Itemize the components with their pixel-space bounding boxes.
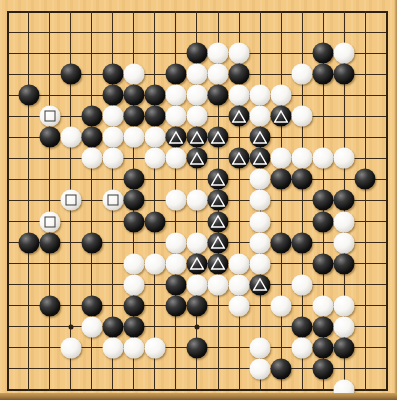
white-stone[interactable]: [123, 64, 144, 85]
white-stone[interactable]: [334, 232, 355, 253]
white-stone[interactable]: [165, 85, 186, 106]
white-stone[interactable]: [144, 253, 165, 274]
white-stone[interactable]: [165, 106, 186, 127]
grid-line-horizontal: [8, 389, 388, 391]
white-stone[interactable]: [186, 106, 207, 127]
white-stone[interactable]: [165, 253, 186, 274]
white-stone[interactable]: [292, 274, 313, 295]
black-stone[interactable]: [39, 295, 60, 316]
white-stone[interactable]: [165, 232, 186, 253]
black-stone[interactable]: [229, 148, 250, 169]
black-stone[interactable]: [186, 295, 207, 316]
white-stone[interactable]: [81, 316, 102, 337]
white-stone[interactable]: [334, 295, 355, 316]
black-stone[interactable]: [334, 253, 355, 274]
black-stone[interactable]: [355, 169, 376, 190]
black-stone[interactable]: [208, 169, 229, 190]
triangle-mark: [189, 130, 204, 144]
white-stone[interactable]: [144, 148, 165, 169]
black-stone[interactable]: [186, 43, 207, 64]
white-stone[interactable]: [60, 127, 81, 148]
black-stone[interactable]: [165, 127, 186, 148]
black-stone[interactable]: [123, 85, 144, 106]
grid-line-horizontal: [8, 179, 388, 180]
white-stone[interactable]: [250, 190, 271, 211]
black-stone[interactable]: [144, 85, 165, 106]
black-stone[interactable]: [313, 253, 334, 274]
black-stone[interactable]: [123, 211, 144, 232]
white-stone[interactable]: [229, 295, 250, 316]
white-stone[interactable]: [39, 211, 60, 232]
grid-line-horizontal: [8, 11, 388, 13]
white-stone[interactable]: [271, 85, 292, 106]
black-stone[interactable]: [292, 232, 313, 253]
grid-line-vertical: [154, 11, 155, 391]
white-stone[interactable]: [60, 190, 81, 211]
white-stone[interactable]: [313, 148, 334, 169]
grid-line-vertical: [28, 11, 29, 391]
triangle-mark: [253, 130, 268, 144]
black-stone[interactable]: [313, 337, 334, 358]
triangle-mark: [211, 236, 226, 250]
white-stone[interactable]: [39, 106, 60, 127]
black-stone[interactable]: [102, 64, 123, 85]
white-stone[interactable]: [208, 274, 229, 295]
black-stone[interactable]: [208, 127, 229, 148]
white-stone[interactable]: [123, 274, 144, 295]
black-stone[interactable]: [165, 295, 186, 316]
white-stone[interactable]: [123, 337, 144, 358]
black-stone[interactable]: [250, 127, 271, 148]
white-stone[interactable]: [60, 337, 81, 358]
grid-line-vertical: [7, 11, 9, 391]
go-board-screenshot: [0, 0, 397, 400]
black-stone[interactable]: [271, 358, 292, 379]
black-stone[interactable]: [271, 232, 292, 253]
white-stone[interactable]: [250, 169, 271, 190]
black-stone[interactable]: [81, 295, 102, 316]
white-stone[interactable]: [334, 211, 355, 232]
white-stone[interactable]: [208, 64, 229, 85]
triangle-mark: [211, 215, 226, 229]
black-stone[interactable]: [186, 253, 207, 274]
white-stone[interactable]: [102, 106, 123, 127]
triangle-mark: [211, 257, 226, 271]
black-stone[interactable]: [123, 316, 144, 337]
white-stone[interactable]: [229, 43, 250, 64]
white-stone[interactable]: [334, 316, 355, 337]
triangle-mark: [211, 193, 226, 207]
white-stone[interactable]: [292, 106, 313, 127]
white-stone[interactable]: [81, 148, 102, 169]
black-stone[interactable]: [186, 127, 207, 148]
black-stone[interactable]: [81, 127, 102, 148]
white-stone[interactable]: [165, 190, 186, 211]
white-stone[interactable]: [186, 64, 207, 85]
black-stone[interactable]: [102, 85, 123, 106]
white-stone[interactable]: [144, 337, 165, 358]
black-stone[interactable]: [208, 253, 229, 274]
triangle-mark: [211, 172, 226, 186]
black-stone[interactable]: [313, 316, 334, 337]
white-stone[interactable]: [123, 127, 144, 148]
black-stone[interactable]: [144, 106, 165, 127]
black-stone[interactable]: [250, 148, 271, 169]
black-stone[interactable]: [186, 337, 207, 358]
black-stone[interactable]: [165, 64, 186, 85]
square-mark: [44, 111, 55, 122]
white-stone[interactable]: [334, 43, 355, 64]
black-stone[interactable]: [313, 358, 334, 379]
triangle-mark: [189, 151, 204, 165]
black-stone[interactable]: [208, 232, 229, 253]
black-stone[interactable]: [123, 106, 144, 127]
triangle-mark: [232, 109, 247, 123]
black-stone[interactable]: [123, 190, 144, 211]
white-stone[interactable]: [229, 274, 250, 295]
white-stone[interactable]: [208, 43, 229, 64]
white-stone[interactable]: [250, 211, 271, 232]
white-stone[interactable]: [250, 358, 271, 379]
black-stone[interactable]: [165, 274, 186, 295]
white-stone[interactable]: [250, 253, 271, 274]
black-stone[interactable]: [313, 64, 334, 85]
white-stone[interactable]: [292, 64, 313, 85]
star-point: [194, 324, 199, 329]
white-stone[interactable]: [229, 253, 250, 274]
white-stone[interactable]: [292, 337, 313, 358]
triangle-mark: [253, 278, 268, 292]
go-board[interactable]: [0, 0, 397, 400]
white-stone[interactable]: [334, 148, 355, 169]
grid-line-vertical: [365, 11, 366, 391]
black-stone[interactable]: [250, 274, 271, 295]
triangle-mark: [274, 109, 289, 123]
black-stone[interactable]: [60, 64, 81, 85]
triangle-mark: [189, 257, 204, 271]
black-stone[interactable]: [313, 190, 334, 211]
black-stone[interactable]: [229, 106, 250, 127]
white-stone[interactable]: [229, 85, 250, 106]
black-stone[interactable]: [18, 85, 39, 106]
grid-line-horizontal: [8, 32, 388, 33]
white-stone[interactable]: [165, 148, 186, 169]
white-stone[interactable]: [250, 232, 271, 253]
black-stone[interactable]: [334, 337, 355, 358]
black-stone[interactable]: [208, 190, 229, 211]
white-stone[interactable]: [102, 148, 123, 169]
triangle-mark: [168, 130, 183, 144]
black-stone[interactable]: [102, 316, 123, 337]
black-stone[interactable]: [334, 64, 355, 85]
square-mark: [65, 195, 76, 206]
white-stone[interactable]: [271, 295, 292, 316]
black-stone[interactable]: [123, 295, 144, 316]
star-point: [68, 324, 73, 329]
white-stone[interactable]: [292, 148, 313, 169]
white-stone[interactable]: [102, 127, 123, 148]
black-stone[interactable]: [39, 232, 60, 253]
black-stone[interactable]: [271, 106, 292, 127]
grid-line-vertical: [49, 11, 50, 391]
square-mark: [44, 216, 55, 227]
black-stone[interactable]: [208, 211, 229, 232]
white-stone[interactable]: [144, 127, 165, 148]
white-stone[interactable]: [250, 106, 271, 127]
triangle-mark: [232, 151, 247, 165]
black-stone[interactable]: [313, 43, 334, 64]
white-stone[interactable]: [313, 295, 334, 316]
black-stone[interactable]: [208, 85, 229, 106]
grid-line-vertical: [281, 11, 282, 391]
black-stone[interactable]: [18, 232, 39, 253]
black-stone[interactable]: [271, 169, 292, 190]
triangle-mark: [253, 151, 268, 165]
white-stone[interactable]: [186, 232, 207, 253]
black-stone[interactable]: [334, 190, 355, 211]
black-stone[interactable]: [186, 148, 207, 169]
white-stone[interactable]: [102, 190, 123, 211]
white-stone[interactable]: [250, 85, 271, 106]
black-stone[interactable]: [292, 169, 313, 190]
black-stone[interactable]: [229, 64, 250, 85]
black-stone[interactable]: [39, 127, 60, 148]
white-stone[interactable]: [186, 85, 207, 106]
white-stone[interactable]: [186, 274, 207, 295]
board-bottom-bevel: [0, 393, 397, 400]
black-stone[interactable]: [313, 211, 334, 232]
white-stone[interactable]: [102, 337, 123, 358]
white-stone[interactable]: [271, 148, 292, 169]
black-stone[interactable]: [81, 232, 102, 253]
black-stone[interactable]: [81, 106, 102, 127]
triangle-mark: [211, 130, 226, 144]
grid-line-vertical: [386, 11, 388, 391]
square-mark: [107, 195, 118, 206]
black-stone[interactable]: [144, 211, 165, 232]
black-stone[interactable]: [123, 169, 144, 190]
white-stone[interactable]: [250, 337, 271, 358]
black-stone[interactable]: [292, 316, 313, 337]
white-stone[interactable]: [186, 190, 207, 211]
white-stone[interactable]: [123, 253, 144, 274]
